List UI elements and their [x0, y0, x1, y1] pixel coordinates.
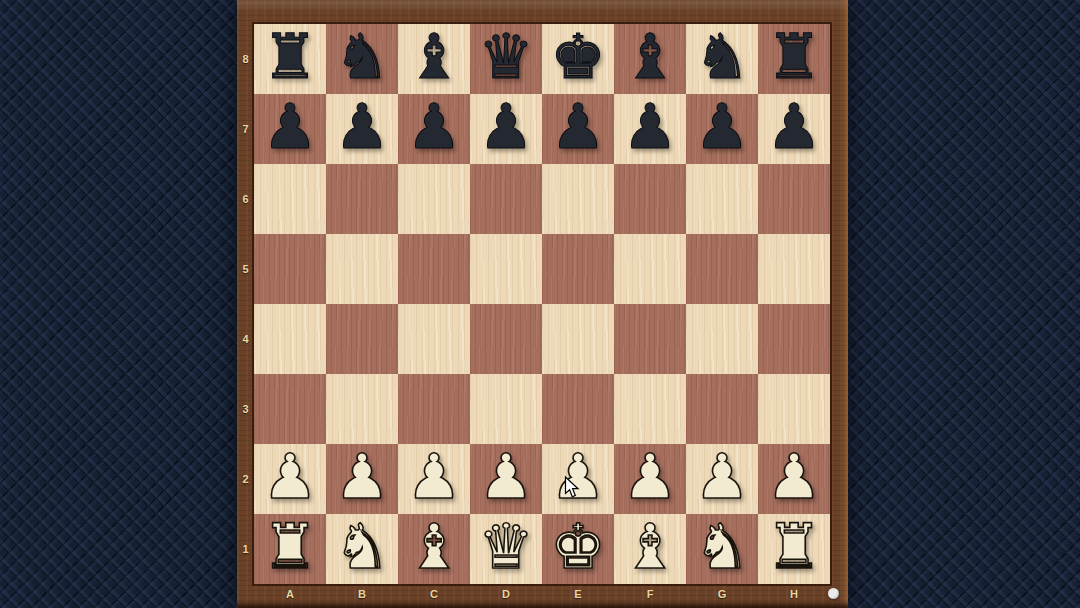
square-e7[interactable]: ♟ [542, 94, 614, 164]
frame-bottom-edge [237, 601, 848, 608]
square-b3[interactable] [326, 374, 398, 444]
rank-label-3: 3 [239, 374, 252, 444]
rank-label-5: 5 [239, 234, 252, 304]
square-b5[interactable] [326, 234, 398, 304]
black-pawn[interactable]: ♟ [478, 96, 534, 158]
black-pawn[interactable]: ♟ [550, 96, 606, 158]
square-h7[interactable]: ♟ [758, 94, 830, 164]
square-e8[interactable]: ♚ [542, 24, 614, 94]
rank-label-8: 8 [239, 24, 252, 94]
white-pawn[interactable]: ♟ [334, 446, 390, 508]
white-knight[interactable]: ♞ [334, 516, 390, 578]
white-queen[interactable]: ♛ [478, 516, 534, 578]
square-g2[interactable]: ♟ [686, 444, 758, 514]
square-c8[interactable]: ♝ [398, 24, 470, 94]
black-bishop[interactable]: ♝ [622, 26, 678, 88]
square-c5[interactable] [398, 234, 470, 304]
white-bishop[interactable]: ♝ [622, 516, 678, 578]
square-d5[interactable] [470, 234, 542, 304]
file-label-b: B [326, 585, 398, 602]
square-h6[interactable] [758, 164, 830, 234]
black-bishop[interactable]: ♝ [406, 26, 462, 88]
square-a2[interactable]: ♟ [254, 444, 326, 514]
square-f4[interactable] [614, 304, 686, 374]
square-b6[interactable] [326, 164, 398, 234]
square-a5[interactable] [254, 234, 326, 304]
square-a4[interactable] [254, 304, 326, 374]
square-g1[interactable]: ♞ [686, 514, 758, 584]
file-label-c: C [398, 585, 470, 602]
square-d8[interactable]: ♛ [470, 24, 542, 94]
square-g5[interactable] [686, 234, 758, 304]
rank-label-2: 2 [239, 444, 252, 514]
mouse-cursor-icon [564, 476, 580, 499]
square-c2[interactable]: ♟ [398, 444, 470, 514]
square-f6[interactable] [614, 164, 686, 234]
white-rook[interactable]: ♜ [766, 516, 822, 578]
square-e3[interactable] [542, 374, 614, 444]
white-rook[interactable]: ♜ [262, 516, 318, 578]
square-d7[interactable]: ♟ [470, 94, 542, 164]
black-king[interactable]: ♚ [550, 26, 606, 88]
square-c3[interactable] [398, 374, 470, 444]
square-h4[interactable] [758, 304, 830, 374]
rank-label-7: 7 [239, 94, 252, 164]
square-a8[interactable]: ♜ [254, 24, 326, 94]
square-h1[interactable]: ♜ [758, 514, 830, 584]
chess-app-scene: ♜♞♝♛♚♝♞♜♟♟♟♟♟♟♟♟♟♟♟♟♟♟♟♟♜♞♝♛♚♝♞♜ 8765432… [0, 0, 1080, 608]
file-label-h: H [758, 585, 830, 602]
square-e4[interactable] [542, 304, 614, 374]
square-e6[interactable] [542, 164, 614, 234]
file-label-e: E [542, 585, 614, 602]
black-pawn[interactable]: ♟ [406, 96, 462, 158]
square-a6[interactable] [254, 164, 326, 234]
white-pawn[interactable]: ♟ [622, 446, 678, 508]
square-a7[interactable]: ♟ [254, 94, 326, 164]
rank-label-1: 1 [239, 514, 252, 584]
white-pawn[interactable]: ♟ [766, 446, 822, 508]
square-a3[interactable] [254, 374, 326, 444]
square-h8[interactable]: ♜ [758, 24, 830, 94]
file-label-a: A [254, 585, 326, 602]
black-knight[interactable]: ♞ [694, 26, 750, 88]
black-queen[interactable]: ♛ [478, 26, 534, 88]
square-a1[interactable]: ♜ [254, 514, 326, 584]
corner-dot [828, 588, 839, 599]
board-grid: ♜♞♝♛♚♝♞♜♟♟♟♟♟♟♟♟♟♟♟♟♟♟♟♟♜♞♝♛♚♝♞♜ [254, 24, 830, 584]
square-f7[interactable]: ♟ [614, 94, 686, 164]
square-e1[interactable]: ♚ [542, 514, 614, 584]
white-king[interactable]: ♚ [550, 516, 606, 578]
black-rook[interactable]: ♜ [766, 26, 822, 88]
square-f2[interactable]: ♟ [614, 444, 686, 514]
board-frame: ♜♞♝♛♚♝♞♜♟♟♟♟♟♟♟♟♟♟♟♟♟♟♟♟♜♞♝♛♚♝♞♜ 8765432… [237, 0, 848, 608]
square-d1[interactable]: ♛ [470, 514, 542, 584]
file-label-g: G [686, 585, 758, 602]
black-rook[interactable]: ♜ [262, 26, 318, 88]
square-h2[interactable]: ♟ [758, 444, 830, 514]
black-knight[interactable]: ♞ [334, 26, 390, 88]
white-pawn[interactable]: ♟ [406, 446, 462, 508]
white-bishop[interactable]: ♝ [406, 516, 462, 578]
square-g6[interactable] [686, 164, 758, 234]
square-d6[interactable] [470, 164, 542, 234]
square-b4[interactable] [326, 304, 398, 374]
square-g7[interactable]: ♟ [686, 94, 758, 164]
square-b2[interactable]: ♟ [326, 444, 398, 514]
square-c1[interactable]: ♝ [398, 514, 470, 584]
rank-label-6: 6 [239, 164, 252, 234]
black-pawn[interactable]: ♟ [766, 96, 822, 158]
square-d4[interactable] [470, 304, 542, 374]
square-f3[interactable] [614, 374, 686, 444]
black-pawn[interactable]: ♟ [622, 96, 678, 158]
square-b8[interactable]: ♞ [326, 24, 398, 94]
frame-highlight [841, 0, 848, 608]
black-pawn[interactable]: ♟ [334, 96, 390, 158]
white-knight[interactable]: ♞ [694, 516, 750, 578]
square-f1[interactable]: ♝ [614, 514, 686, 584]
black-pawn[interactable]: ♟ [262, 96, 318, 158]
square-g8[interactable]: ♞ [686, 24, 758, 94]
square-c6[interactable] [398, 164, 470, 234]
square-c7[interactable]: ♟ [398, 94, 470, 164]
file-label-f: F [614, 585, 686, 602]
square-d2[interactable]: ♟ [470, 444, 542, 514]
square-e5[interactable] [542, 234, 614, 304]
white-pawn[interactable]: ♟ [262, 446, 318, 508]
white-pawn[interactable]: ♟ [694, 446, 750, 508]
black-pawn[interactable]: ♟ [694, 96, 750, 158]
square-g3[interactable] [686, 374, 758, 444]
square-d3[interactable] [470, 374, 542, 444]
file-label-d: D [470, 585, 542, 602]
square-h5[interactable] [758, 234, 830, 304]
square-b7[interactable]: ♟ [326, 94, 398, 164]
square-f8[interactable]: ♝ [614, 24, 686, 94]
board: ♜♞♝♛♚♝♞♜♟♟♟♟♟♟♟♟♟♟♟♟♟♟♟♟♜♞♝♛♚♝♞♜ [252, 22, 832, 586]
square-h3[interactable] [758, 374, 830, 444]
square-b1[interactable]: ♞ [326, 514, 398, 584]
white-pawn[interactable]: ♟ [478, 446, 534, 508]
square-g4[interactable] [686, 304, 758, 374]
rank-label-4: 4 [239, 304, 252, 374]
square-c4[interactable] [398, 304, 470, 374]
square-f5[interactable] [614, 234, 686, 304]
